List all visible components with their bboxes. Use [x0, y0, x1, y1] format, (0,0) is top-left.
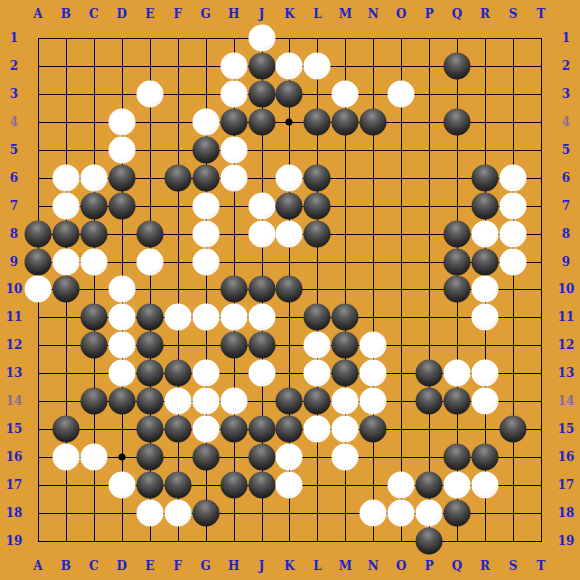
white-stone	[192, 248, 219, 275]
coordinate-label-top: Q	[452, 8, 462, 20]
coordinate-label-top: T	[536, 8, 545, 20]
coordinate-label-right: 9	[562, 256, 570, 268]
black-stone	[248, 444, 275, 471]
white-stone	[444, 360, 471, 387]
white-stone	[52, 164, 79, 191]
coordinate-label-top: J	[259, 8, 265, 20]
white-stone	[360, 360, 387, 387]
white-stone	[472, 304, 499, 331]
grid-line	[401, 38, 402, 542]
coordinate-label-bottom: B	[61, 560, 71, 572]
white-stone	[276, 52, 303, 79]
black-stone	[499, 416, 526, 443]
coordinate-label-top: G	[201, 8, 211, 20]
white-stone	[192, 220, 219, 247]
black-stone	[444, 52, 471, 79]
black-stone	[304, 164, 331, 191]
coordinate-label-left: 13	[6, 367, 23, 379]
black-stone	[80, 192, 107, 219]
coordinate-label-right: 13	[558, 367, 575, 379]
black-stone	[248, 108, 275, 135]
coordinate-label-top: M	[339, 8, 352, 20]
white-stone	[276, 164, 303, 191]
white-stone	[25, 276, 52, 303]
white-stone	[332, 80, 359, 107]
coordinate-label-left: 7	[10, 200, 18, 212]
white-stone	[192, 304, 219, 331]
coordinate-label-bottom: T	[536, 560, 545, 572]
black-stone	[80, 220, 107, 247]
black-stone	[276, 276, 303, 303]
star-point	[286, 118, 293, 125]
coordinate-label-left: 19	[6, 535, 23, 547]
black-stone	[444, 444, 471, 471]
black-stone	[164, 164, 191, 191]
coordinate-label-bottom: M	[339, 560, 352, 572]
black-stone	[136, 388, 163, 415]
white-stone	[52, 248, 79, 275]
white-stone	[220, 52, 247, 79]
black-stone	[444, 108, 471, 135]
white-stone	[304, 360, 331, 387]
white-stone	[164, 499, 191, 526]
coordinate-label-right: 15	[558, 423, 575, 435]
star-point	[118, 454, 125, 461]
coordinate-label-right: 17	[558, 479, 575, 491]
black-stone	[276, 388, 303, 415]
white-stone	[499, 220, 526, 247]
coordinate-label-right: 19	[558, 535, 575, 547]
coordinate-label-top: K	[284, 8, 294, 20]
black-stone	[248, 276, 275, 303]
coordinate-label-bottom: D	[117, 560, 127, 572]
coordinate-label-bottom: N	[368, 560, 379, 572]
white-stone	[136, 80, 163, 107]
coordinate-label-left: 10	[6, 283, 23, 295]
black-stone	[192, 444, 219, 471]
coordinate-label-left: 18	[6, 507, 23, 519]
white-stone	[192, 192, 219, 219]
black-stone	[248, 52, 275, 79]
black-stone	[472, 164, 499, 191]
black-stone	[472, 248, 499, 275]
white-stone	[304, 332, 331, 359]
black-stone	[360, 416, 387, 443]
black-stone	[220, 472, 247, 499]
white-stone	[108, 304, 135, 331]
black-stone	[52, 416, 79, 443]
black-stone	[80, 304, 107, 331]
coordinate-label-top: F	[173, 8, 182, 20]
coordinate-label-bottom: R	[480, 560, 490, 572]
go-board[interactable]: AABBCCDDEEFFGGHHJJKKLLMMNNOOPPQQRRSSTT11…	[0, 0, 580, 580]
white-stone	[108, 108, 135, 135]
coordinate-label-right: 14	[558, 395, 575, 407]
black-stone	[416, 527, 443, 554]
white-stone	[136, 248, 163, 275]
black-stone	[444, 248, 471, 275]
black-stone	[108, 388, 135, 415]
black-stone	[276, 80, 303, 107]
coordinate-label-top: N	[368, 8, 379, 20]
white-stone	[388, 80, 415, 107]
white-stone	[52, 444, 79, 471]
coordinate-label-bottom: A	[33, 560, 42, 572]
white-stone	[192, 388, 219, 415]
black-stone	[276, 416, 303, 443]
black-stone	[220, 332, 247, 359]
black-stone	[52, 276, 79, 303]
white-stone	[276, 472, 303, 499]
coordinate-label-left: 11	[6, 311, 23, 323]
white-stone	[108, 332, 135, 359]
white-stone	[472, 472, 499, 499]
black-stone	[444, 220, 471, 247]
white-stone	[248, 192, 275, 219]
black-stone	[304, 108, 331, 135]
grid-line	[541, 38, 542, 542]
white-stone	[276, 444, 303, 471]
black-stone	[192, 136, 219, 163]
white-stone	[472, 276, 499, 303]
coordinate-label-bottom: K	[284, 560, 294, 572]
coordinate-label-top: A	[33, 8, 42, 20]
black-stone	[136, 304, 163, 331]
coordinate-label-bottom: S	[509, 560, 518, 572]
black-stone	[136, 360, 163, 387]
black-stone	[248, 332, 275, 359]
white-stone	[192, 360, 219, 387]
white-stone	[360, 388, 387, 415]
black-stone	[136, 444, 163, 471]
coordinate-label-left: 12	[6, 339, 23, 351]
white-stone	[52, 192, 79, 219]
black-stone	[164, 360, 191, 387]
white-stone	[108, 276, 135, 303]
coordinate-label-bottom: E	[145, 560, 154, 572]
white-stone	[416, 499, 443, 526]
coordinate-label-right: 7	[562, 200, 570, 212]
black-stone	[248, 472, 275, 499]
coordinate-label-top: P	[425, 8, 434, 20]
grid-line	[513, 38, 514, 542]
white-stone	[360, 499, 387, 526]
black-stone	[304, 192, 331, 219]
coordinate-label-top: B	[61, 8, 71, 20]
black-stone	[136, 220, 163, 247]
white-stone	[444, 472, 471, 499]
white-stone	[332, 444, 359, 471]
coordinate-label-bottom: H	[228, 560, 239, 572]
coordinate-label-right: 5	[562, 144, 570, 156]
coordinate-label-bottom: C	[89, 560, 99, 572]
coordinate-label-bottom: Q	[452, 560, 462, 572]
black-stone	[444, 388, 471, 415]
white-stone	[220, 388, 247, 415]
black-stone	[304, 304, 331, 331]
white-stone	[360, 332, 387, 359]
white-stone	[108, 472, 135, 499]
coordinate-label-left: 3	[10, 88, 18, 100]
coordinate-label-left: 1	[10, 32, 18, 44]
coordinate-label-left: 6	[10, 172, 18, 184]
black-stone	[332, 332, 359, 359]
coordinate-label-left: 9	[10, 256, 18, 268]
coordinate-label-left: 2	[10, 60, 18, 72]
black-stone	[25, 248, 52, 275]
black-stone	[332, 304, 359, 331]
black-stone	[136, 472, 163, 499]
coordinate-label-top: L	[313, 8, 321, 20]
white-stone	[220, 164, 247, 191]
coordinate-label-bottom: O	[396, 560, 406, 572]
coordinate-label-right: 3	[562, 88, 570, 100]
black-stone	[472, 444, 499, 471]
black-stone	[192, 164, 219, 191]
coordinate-label-top: H	[228, 8, 239, 20]
black-stone	[332, 360, 359, 387]
coordinate-label-left: 8	[10, 228, 18, 240]
black-stone	[416, 388, 443, 415]
black-stone	[220, 416, 247, 443]
white-stone	[388, 472, 415, 499]
grid-line	[38, 541, 542, 542]
black-stone	[304, 220, 331, 247]
coordinate-label-left: 14	[6, 395, 23, 407]
coordinate-label-left: 15	[6, 423, 23, 435]
black-stone	[52, 220, 79, 247]
white-stone	[304, 52, 331, 79]
coordinate-label-right: 1	[562, 32, 570, 44]
white-stone	[332, 388, 359, 415]
white-stone	[80, 444, 107, 471]
black-stone	[164, 472, 191, 499]
black-stone	[25, 220, 52, 247]
coordinate-label-top: S	[509, 8, 518, 20]
white-stone	[220, 304, 247, 331]
white-stone	[164, 388, 191, 415]
white-stone	[136, 499, 163, 526]
coordinate-label-left: 4	[10, 116, 18, 128]
white-stone	[220, 80, 247, 107]
coordinate-label-bottom: G	[201, 560, 211, 572]
coordinate-label-bottom: F	[173, 560, 182, 572]
white-stone	[248, 220, 275, 247]
black-stone	[248, 80, 275, 107]
coordinate-label-right: 2	[562, 60, 570, 72]
coordinate-label-right: 8	[562, 228, 570, 240]
coordinate-label-left: 5	[10, 144, 18, 156]
white-stone	[192, 416, 219, 443]
coordinate-label-bottom: P	[425, 560, 434, 572]
white-stone	[80, 164, 107, 191]
coordinate-label-right: 12	[558, 339, 575, 351]
black-stone	[108, 164, 135, 191]
coordinate-label-top: C	[89, 8, 99, 20]
white-stone	[472, 220, 499, 247]
white-stone	[164, 304, 191, 331]
black-stone	[276, 192, 303, 219]
black-stone	[444, 499, 471, 526]
black-stone	[444, 276, 471, 303]
white-stone	[248, 25, 275, 52]
black-stone	[164, 416, 191, 443]
black-stone	[136, 416, 163, 443]
coordinate-label-top: O	[396, 8, 406, 20]
white-stone	[220, 136, 247, 163]
white-stone	[499, 164, 526, 191]
black-stone	[192, 499, 219, 526]
coordinate-label-right: 4	[562, 116, 570, 128]
black-stone	[304, 388, 331, 415]
white-stone	[248, 360, 275, 387]
black-stone	[416, 472, 443, 499]
coordinate-label-right: 11	[558, 311, 575, 323]
black-stone	[80, 388, 107, 415]
white-stone	[472, 360, 499, 387]
black-stone	[416, 360, 443, 387]
black-stone	[332, 108, 359, 135]
black-stone	[360, 108, 387, 135]
coordinate-label-right: 6	[562, 172, 570, 184]
white-stone	[108, 360, 135, 387]
white-stone	[472, 388, 499, 415]
coordinate-label-top: D	[117, 8, 127, 20]
coordinate-label-left: 16	[6, 451, 23, 463]
coordinate-label-right: 10	[558, 283, 575, 295]
black-stone	[108, 192, 135, 219]
white-stone	[276, 220, 303, 247]
coordinate-label-right: 16	[558, 451, 575, 463]
black-stone	[472, 192, 499, 219]
coordinate-label-top: E	[145, 8, 154, 20]
coordinate-label-bottom: J	[259, 560, 265, 572]
black-stone	[220, 108, 247, 135]
white-stone	[388, 499, 415, 526]
coordinate-label-top: R	[480, 8, 490, 20]
white-stone	[108, 136, 135, 163]
black-stone	[220, 276, 247, 303]
white-stone	[304, 416, 331, 443]
coordinate-label-right: 18	[558, 507, 575, 519]
black-stone	[248, 416, 275, 443]
white-stone	[192, 108, 219, 135]
black-stone	[136, 332, 163, 359]
coordinate-label-left: 17	[6, 479, 23, 491]
white-stone	[499, 248, 526, 275]
black-stone	[80, 332, 107, 359]
white-stone	[248, 304, 275, 331]
white-stone	[499, 192, 526, 219]
white-stone	[332, 416, 359, 443]
coordinate-label-bottom: L	[313, 560, 321, 572]
white-stone	[80, 248, 107, 275]
grid-line	[429, 38, 430, 542]
